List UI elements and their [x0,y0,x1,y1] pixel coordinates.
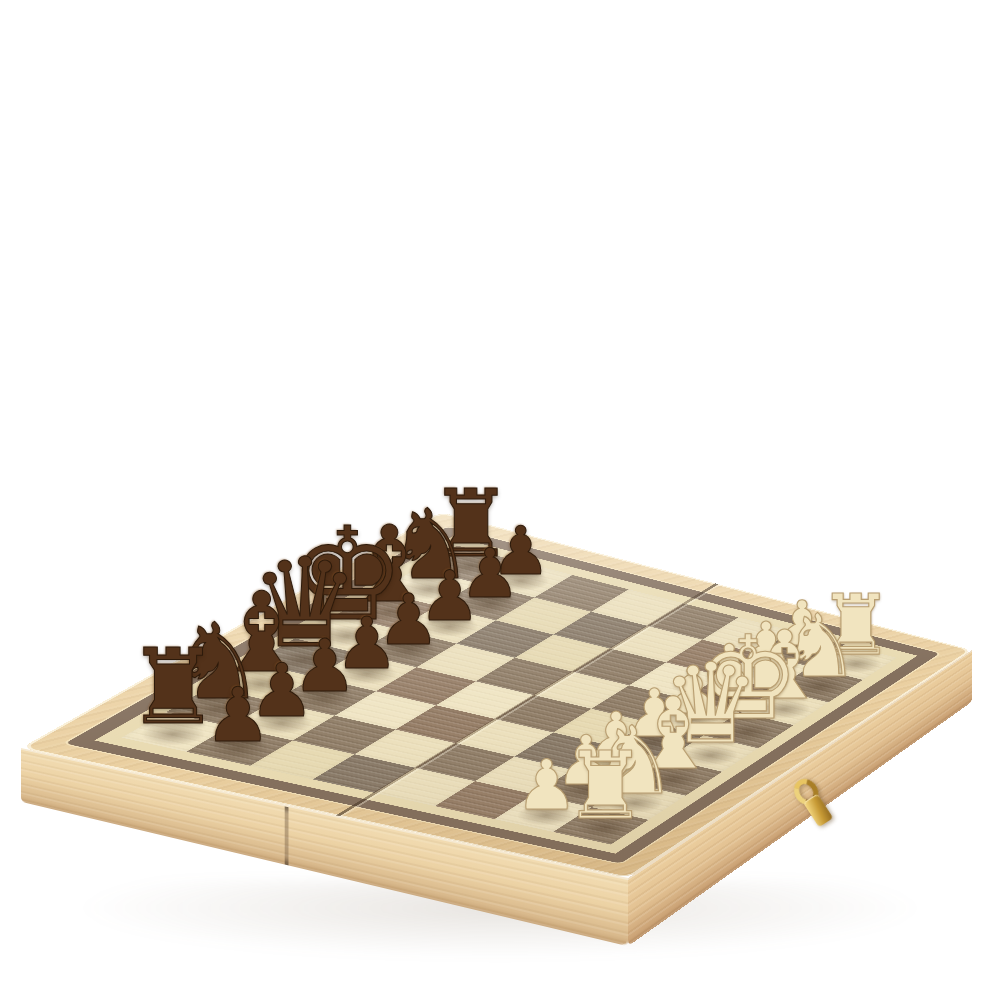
black-pawn-a7: ♟ [204,678,271,753]
chess-set-photo: ♜♞♝♛♚♝♞♜♟♟♟♟♟♟♟♟♟♟♟♟♟♟♟♟♜♞♝♛♚♝♞♜ [0,0,1000,1000]
pieces-layer: ♜♞♝♛♚♝♞♜♟♟♟♟♟♟♟♟♟♟♟♟♟♟♟♟♜♞♝♛♚♝♞♜ [0,0,1000,1000]
white-rook-a1: ♜ [563,739,647,832]
